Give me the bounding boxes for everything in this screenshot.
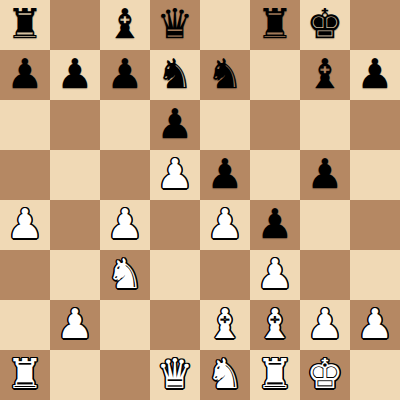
- square-c1[interactable]: [100, 350, 150, 400]
- square-e3[interactable]: [200, 250, 250, 300]
- square-d1[interactable]: ♛: [150, 350, 200, 400]
- square-a4[interactable]: ♟: [0, 200, 50, 250]
- piece-white-knight[interactable]: ♞: [107, 250, 144, 299]
- piece-black-bishop[interactable]: ♝: [107, 0, 144, 49]
- piece-white-pawn[interactable]: ♟: [7, 200, 44, 249]
- square-h2[interactable]: ♟: [350, 300, 400, 350]
- square-b3[interactable]: [50, 250, 100, 300]
- square-d8[interactable]: ♛: [150, 0, 200, 50]
- square-f1[interactable]: ♜: [250, 350, 300, 400]
- piece-white-queen[interactable]: ♛: [157, 350, 194, 399]
- piece-white-bishop[interactable]: ♝: [207, 300, 244, 349]
- square-g6[interactable]: [300, 100, 350, 150]
- square-d4[interactable]: [150, 200, 200, 250]
- piece-white-king[interactable]: ♚: [307, 350, 344, 399]
- square-a1[interactable]: ♜: [0, 350, 50, 400]
- piece-black-pawn[interactable]: ♟: [357, 50, 394, 99]
- piece-black-pawn[interactable]: ♟: [307, 150, 344, 199]
- piece-black-pawn[interactable]: ♟: [257, 200, 294, 249]
- piece-white-pawn[interactable]: ♟: [207, 200, 244, 249]
- square-e6[interactable]: [200, 100, 250, 150]
- square-a7[interactable]: ♟: [0, 50, 50, 100]
- piece-black-knight[interactable]: ♞: [157, 50, 194, 99]
- square-c3[interactable]: ♞: [100, 250, 150, 300]
- piece-black-pawn[interactable]: ♟: [107, 50, 144, 99]
- square-e8[interactable]: [200, 0, 250, 50]
- square-b1[interactable]: [50, 350, 100, 400]
- square-e7[interactable]: ♞: [200, 50, 250, 100]
- square-g3[interactable]: [300, 250, 350, 300]
- piece-white-pawn[interactable]: ♟: [157, 150, 194, 199]
- square-f8[interactable]: ♜: [250, 0, 300, 50]
- square-a8[interactable]: ♜: [0, 0, 50, 50]
- piece-white-bishop[interactable]: ♝: [257, 300, 294, 349]
- square-f7[interactable]: [250, 50, 300, 100]
- piece-white-pawn[interactable]: ♟: [357, 300, 394, 349]
- square-b2[interactable]: ♟: [50, 300, 100, 350]
- piece-white-knight[interactable]: ♞: [207, 350, 244, 399]
- square-d3[interactable]: [150, 250, 200, 300]
- square-b6[interactable]: [50, 100, 100, 150]
- square-c5[interactable]: [100, 150, 150, 200]
- square-d6[interactable]: ♟: [150, 100, 200, 150]
- square-g4[interactable]: [300, 200, 350, 250]
- square-e5[interactable]: ♟: [200, 150, 250, 200]
- square-c6[interactable]: [100, 100, 150, 150]
- square-h1[interactable]: [350, 350, 400, 400]
- piece-black-knight[interactable]: ♞: [207, 50, 244, 99]
- square-f2[interactable]: ♝: [250, 300, 300, 350]
- square-e1[interactable]: ♞: [200, 350, 250, 400]
- square-f4[interactable]: ♟: [250, 200, 300, 250]
- square-g5[interactable]: ♟: [300, 150, 350, 200]
- square-b7[interactable]: ♟: [50, 50, 100, 100]
- square-h7[interactable]: ♟: [350, 50, 400, 100]
- square-c7[interactable]: ♟: [100, 50, 150, 100]
- chess-board: ♜♝♛♜♚♟♟♟♞♞♝♟♟♟♟♟♟♟♟♟♞♟♟♝♝♟♟♜♛♞♜♚: [0, 0, 400, 400]
- square-b8[interactable]: [50, 0, 100, 50]
- piece-white-rook[interactable]: ♜: [257, 350, 294, 399]
- square-h5[interactable]: [350, 150, 400, 200]
- square-f3[interactable]: ♟: [250, 250, 300, 300]
- piece-white-pawn[interactable]: ♟: [107, 200, 144, 249]
- square-f5[interactable]: [250, 150, 300, 200]
- square-e2[interactable]: ♝: [200, 300, 250, 350]
- square-a5[interactable]: [0, 150, 50, 200]
- piece-black-rook[interactable]: ♜: [257, 0, 294, 49]
- square-h4[interactable]: [350, 200, 400, 250]
- square-g1[interactable]: ♚: [300, 350, 350, 400]
- square-c4[interactable]: ♟: [100, 200, 150, 250]
- piece-black-pawn[interactable]: ♟: [7, 50, 44, 99]
- square-g8[interactable]: ♚: [300, 0, 350, 50]
- square-b5[interactable]: [50, 150, 100, 200]
- square-h8[interactable]: [350, 0, 400, 50]
- square-b4[interactable]: [50, 200, 100, 250]
- square-h6[interactable]: [350, 100, 400, 150]
- square-c8[interactable]: ♝: [100, 0, 150, 50]
- square-a2[interactable]: [0, 300, 50, 350]
- piece-white-pawn[interactable]: ♟: [257, 250, 294, 299]
- square-g7[interactable]: ♝: [300, 50, 350, 100]
- square-a6[interactable]: [0, 100, 50, 150]
- piece-black-bishop[interactable]: ♝: [307, 50, 344, 99]
- piece-black-queen[interactable]: ♛: [157, 0, 194, 49]
- square-c2[interactable]: [100, 300, 150, 350]
- square-d7[interactable]: ♞: [150, 50, 200, 100]
- square-f6[interactable]: [250, 100, 300, 150]
- square-a3[interactable]: [0, 250, 50, 300]
- square-d2[interactable]: [150, 300, 200, 350]
- piece-black-pawn[interactable]: ♟: [57, 50, 94, 99]
- square-h3[interactable]: [350, 250, 400, 300]
- square-d5[interactable]: ♟: [150, 150, 200, 200]
- piece-white-pawn[interactable]: ♟: [57, 300, 94, 349]
- piece-black-pawn[interactable]: ♟: [157, 100, 194, 149]
- piece-black-rook[interactable]: ♜: [7, 0, 44, 49]
- piece-white-pawn[interactable]: ♟: [307, 300, 344, 349]
- piece-black-king[interactable]: ♚: [307, 0, 344, 49]
- piece-white-rook[interactable]: ♜: [7, 350, 44, 399]
- square-e4[interactable]: ♟: [200, 200, 250, 250]
- square-g2[interactable]: ♟: [300, 300, 350, 350]
- piece-black-pawn[interactable]: ♟: [207, 150, 244, 199]
